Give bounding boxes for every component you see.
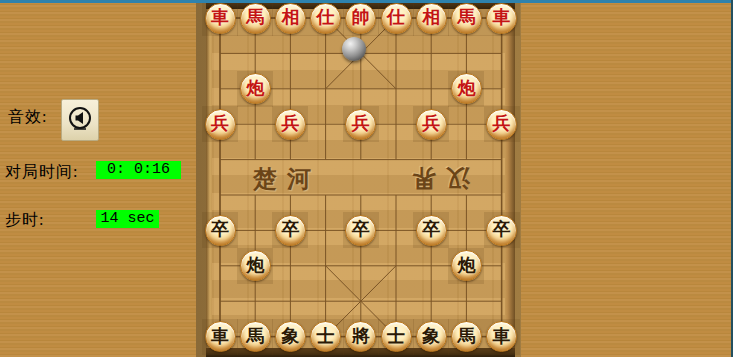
piece-red-相-r0c6[interactable]: 相 — [413, 0, 449, 36]
step-time-label: 步时: — [5, 210, 44, 231]
piece-red-帥-r0c4[interactable]: 帥 — [343, 0, 379, 36]
piece-disc: 馬 — [240, 3, 271, 34]
piece-disc: 炮 — [451, 250, 482, 281]
river-text-right: 汉界 — [402, 162, 470, 194]
speaker-icon — [66, 105, 94, 136]
piece-disc: 相 — [275, 3, 306, 34]
piece-black-卒-r6c6[interactable]: 卒 — [413, 212, 449, 248]
piece-black-士-r9c5[interactable]: 士 — [378, 319, 414, 355]
piece-disc: 炮 — [451, 73, 482, 104]
piece-character: 士 — [317, 327, 335, 345]
piece-character: 卒 — [281, 220, 299, 238]
piece-disc: 卒 — [205, 215, 236, 246]
piece-character: 象 — [422, 327, 440, 345]
piece-disc: 士 — [310, 321, 341, 352]
piece-character: 兵 — [281, 114, 299, 132]
piece-disc: 馬 — [451, 321, 482, 352]
piece-character: 炮 — [246, 256, 264, 274]
piece-disc: 炮 — [240, 250, 271, 281]
piece-disc: 兵 — [416, 109, 447, 140]
piece-disc: 車 — [205, 321, 236, 352]
piece-red-兵-r3c4[interactable]: 兵 — [343, 106, 379, 142]
piece-disc: 卒 — [345, 215, 376, 246]
piece-red-兵-r3c2[interactable]: 兵 — [272, 106, 308, 142]
piece-character: 馬 — [246, 8, 264, 26]
piece-red-炮-r2c7[interactable]: 炮 — [448, 71, 484, 107]
piece-red-馬-r0c1[interactable]: 馬 — [237, 0, 273, 36]
piece-black-馬-r9c1[interactable]: 馬 — [237, 319, 273, 355]
piece-red-車-r0c8[interactable]: 車 — [484, 0, 520, 36]
piece-disc: 將 — [345, 321, 376, 352]
piece-red-車-r0c0[interactable]: 車 — [202, 0, 238, 36]
piece-character: 卒 — [211, 220, 229, 238]
step-time-value: 14 sec — [96, 210, 159, 228]
piece-character: 車 — [493, 327, 511, 345]
piece-disc: 帥 — [345, 3, 376, 34]
game-time-value: 0: 0:16 — [96, 161, 181, 179]
sound-label: 音效: — [8, 107, 47, 128]
piece-character: 卒 — [493, 220, 511, 238]
piece-character: 兵 — [352, 114, 370, 132]
piece-black-車-r9c0[interactable]: 車 — [202, 319, 238, 355]
river-text-left: 楚河 — [253, 163, 321, 195]
piece-black-車-r9c8[interactable]: 車 — [484, 319, 520, 355]
piece-black-炮-r7c1[interactable]: 炮 — [237, 248, 273, 284]
piece-black-卒-r6c2[interactable]: 卒 — [272, 212, 308, 248]
piece-character: 兵 — [493, 114, 511, 132]
piece-disc: 兵 — [275, 109, 306, 140]
piece-black-將-r9c4[interactable]: 將 — [343, 319, 379, 355]
piece-red-仕-r0c5[interactable]: 仕 — [378, 0, 414, 36]
piece-disc: 車 — [486, 3, 517, 34]
piece-red-相-r0c2[interactable]: 相 — [272, 0, 308, 36]
game-time-label: 对局时间: — [5, 162, 78, 183]
piece-disc: 卒 — [416, 215, 447, 246]
piece-disc: 仕 — [310, 3, 341, 34]
piece-red-兵-r3c0[interactable]: 兵 — [202, 106, 238, 142]
piece-character: 車 — [211, 327, 229, 345]
sound-toggle-button[interactable] — [61, 99, 99, 141]
piece-character: 兵 — [422, 114, 440, 132]
piece-character: 帥 — [352, 8, 370, 26]
piece-disc: 馬 — [451, 3, 482, 34]
piece-disc: 車 — [205, 3, 236, 34]
piece-character: 炮 — [457, 79, 475, 97]
piece-character: 相 — [281, 8, 299, 26]
piece-disc: 兵 — [205, 109, 236, 140]
piece-character: 馬 — [457, 8, 475, 26]
piece-black-士-r9c3[interactable]: 士 — [308, 319, 344, 355]
window-top-border — [0, 0, 733, 3]
piece-black-馬-r9c7[interactable]: 馬 — [448, 319, 484, 355]
piece-disc: 卒 — [275, 215, 306, 246]
piece-red-馬-r0c7[interactable]: 馬 — [448, 0, 484, 36]
piece-disc: 兵 — [486, 109, 517, 140]
piece-character: 馬 — [457, 327, 475, 345]
piece-disc: 卒 — [486, 215, 517, 246]
piece-disc: 象 — [275, 321, 306, 352]
piece-red-兵-r3c8[interactable]: 兵 — [484, 106, 520, 142]
piece-black-卒-r6c0[interactable]: 卒 — [202, 212, 238, 248]
piece-character: 仕 — [317, 8, 335, 26]
piece-disc: 相 — [416, 3, 447, 34]
piece-black-卒-r6c4[interactable]: 卒 — [343, 212, 379, 248]
piece-character: 車 — [493, 8, 511, 26]
xiangqi-board[interactable]: 楚河 汉界 車馬相仕帥仕相馬車炮炮兵兵兵兵兵卒卒卒卒卒炮炮車馬象士將士象馬車 — [196, 0, 521, 357]
piece-disc: 馬 — [240, 321, 271, 352]
piece-black-象-r9c6[interactable]: 象 — [413, 319, 449, 355]
piece-red-炮-r2c1[interactable]: 炮 — [237, 71, 273, 107]
piece-character: 車 — [211, 8, 229, 26]
piece-character: 象 — [281, 327, 299, 345]
piece-disc: 炮 — [240, 73, 271, 104]
piece-character: 炮 — [457, 256, 475, 274]
piece-black-卒-r6c8[interactable]: 卒 — [484, 212, 520, 248]
piece-disc: 車 — [486, 321, 517, 352]
piece-black-象-r9c2[interactable]: 象 — [272, 319, 308, 355]
piece-disc: 兵 — [345, 109, 376, 140]
piece-red-仕-r0c3[interactable]: 仕 — [308, 0, 344, 36]
piece-character: 卒 — [422, 220, 440, 238]
piece-red-兵-r3c6[interactable]: 兵 — [413, 106, 449, 142]
piece-character: 相 — [422, 8, 440, 26]
piece-character: 馬 — [246, 327, 264, 345]
piece-disc: 象 — [416, 321, 447, 352]
piece-disc: 士 — [381, 321, 412, 352]
piece-disc: 仕 — [381, 3, 412, 34]
piece-character: 士 — [387, 327, 405, 345]
piece-black-炮-r7c7[interactable]: 炮 — [448, 248, 484, 284]
piece-character: 仕 — [387, 8, 405, 26]
piece-character: 將 — [352, 327, 370, 345]
piece-character: 炮 — [246, 79, 264, 97]
piece-character: 兵 — [211, 114, 229, 132]
piece-character: 卒 — [352, 220, 370, 238]
